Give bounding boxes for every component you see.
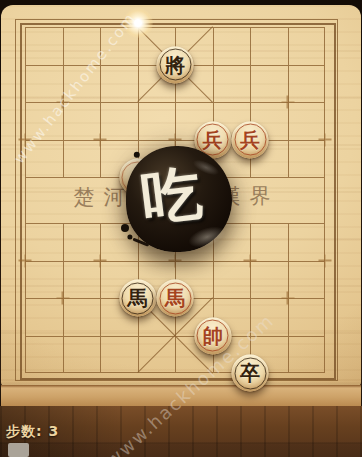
board-cell — [250, 27, 288, 65]
piece-label: 兵 — [232, 121, 269, 158]
point-marker — [319, 254, 332, 267]
point-marker — [281, 96, 294, 109]
move-count-separator: : — [36, 423, 48, 439]
board-cell — [63, 336, 101, 374]
board-cell — [25, 177, 63, 223]
point-marker — [319, 133, 332, 146]
board-cell — [25, 336, 63, 374]
piece-label: 將 — [157, 46, 194, 83]
ink-droplet — [121, 224, 129, 232]
piece-black-將[interactable]: 將 — [157, 46, 194, 83]
point-marker — [94, 133, 107, 146]
point-marker — [244, 254, 257, 267]
point-marker — [94, 254, 107, 267]
move-count-label: 步数 — [6, 423, 36, 439]
board-cell — [288, 177, 326, 223]
point-marker — [281, 292, 294, 305]
board-cell — [100, 336, 138, 374]
piece-label: 馬 — [157, 280, 194, 317]
capture-effect-text: 吃 — [137, 153, 206, 241]
piece-red-馬[interactable]: 馬 — [157, 280, 194, 317]
point-marker — [19, 254, 32, 267]
point-marker — [169, 133, 182, 146]
game-screen: 楚河 漢界 將兵兵馬馬帥卒 吃 www.hackhome.comwww.hack… — [0, 0, 362, 457]
status-bar: 步数: 3 — [6, 423, 59, 441]
board-cell — [213, 65, 251, 103]
piece-black-馬[interactable]: 馬 — [119, 280, 156, 317]
piece-red-兵[interactable]: 兵 — [232, 121, 269, 158]
board-cell — [213, 27, 251, 65]
board-cell — [288, 27, 326, 65]
watermark-remnant-box — [8, 443, 29, 457]
piece-label: 馬 — [119, 280, 156, 317]
point-marker — [169, 254, 182, 267]
board-cell — [288, 336, 326, 374]
board-cell — [100, 65, 138, 103]
board-cell — [25, 27, 63, 65]
point-marker — [56, 292, 69, 305]
move-count-value: 3 — [48, 423, 59, 439]
